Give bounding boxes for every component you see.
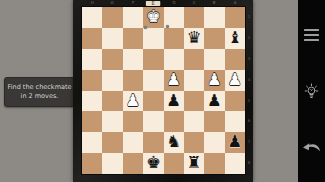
rank-label-3: 3 [247, 53, 251, 64]
black-knight-d7: ♞ [166, 134, 181, 151]
file-label-h: H [86, 1, 98, 5]
square-f5[interactable]: ♟ [123, 91, 143, 112]
tooltip-line2: in 2 moves. [7, 92, 72, 101]
square-a7[interactable]: ♟ [225, 132, 245, 153]
file-labels: HGFEDCBA [82, 0, 245, 7]
black-queen-c2: ♛ [187, 30, 202, 47]
file-label-g: G [107, 1, 119, 5]
move-marker-dot-2 [166, 25, 169, 28]
white-pawn-d4: ♟ [166, 72, 181, 89]
square-d5[interactable]: ♟ [164, 91, 184, 112]
square-b4[interactable]: ♟ [204, 70, 224, 91]
file-label-a: A [229, 1, 241, 5]
square-a5[interactable] [225, 91, 245, 112]
square-h4[interactable] [82, 70, 102, 91]
square-f8[interactable] [123, 153, 143, 174]
square-d6[interactable] [164, 111, 184, 132]
square-d2[interactable] [164, 28, 184, 49]
rank-label-1: 1 [247, 12, 251, 23]
tooltip-line1: Find the checkmate [7, 83, 72, 92]
square-c5[interactable] [184, 91, 204, 112]
square-d8[interactable] [164, 153, 184, 174]
square-d3[interactable] [164, 49, 184, 70]
white-pawn-f5: ♟ [126, 93, 141, 110]
square-e5[interactable] [143, 91, 163, 112]
black-pawn-b5: ♟ [207, 93, 222, 110]
white-pawn-a4: ♟ [227, 72, 242, 89]
file-label-b: B [209, 1, 221, 5]
file-label-c: C [188, 1, 200, 5]
white-king-e1: ♚ [146, 9, 161, 26]
square-h7[interactable] [82, 132, 102, 153]
square-d7[interactable]: ♞ [164, 132, 184, 153]
square-g5[interactable] [102, 91, 122, 112]
square-c3[interactable] [184, 49, 204, 70]
square-a3[interactable] [225, 49, 245, 70]
square-c1[interactable] [184, 7, 204, 28]
square-a4[interactable]: ♟ [225, 70, 245, 91]
square-c8[interactable]: ♜ [184, 153, 204, 174]
app-screen: Find the checkmate in 2 moves. HGFEDCBA … [0, 0, 325, 182]
menu-icon[interactable] [304, 29, 319, 41]
square-f2[interactable] [123, 28, 143, 49]
square-f1[interactable] [123, 7, 143, 28]
black-rook-c8: ♜ [187, 155, 202, 172]
square-b2[interactable] [204, 28, 224, 49]
square-h2[interactable] [82, 28, 102, 49]
black-pawn-a7: ♟ [227, 134, 242, 151]
white-pawn-b4: ♟ [207, 72, 222, 89]
rank-label-2: 2 [247, 33, 251, 44]
rank-labels: 12345678 [245, 7, 253, 174]
rank-label-5: 5 [247, 95, 251, 106]
rank-label-6: 6 [247, 116, 251, 127]
file-label-d: D [168, 1, 180, 5]
square-f3[interactable] [123, 49, 143, 70]
square-c6[interactable] [184, 111, 204, 132]
square-b3[interactable] [204, 49, 224, 70]
square-e7[interactable] [143, 132, 163, 153]
square-g2[interactable] [102, 28, 122, 49]
menu-bar [304, 34, 319, 36]
square-f6[interactable] [123, 111, 143, 132]
file-label-e: E [146, 1, 161, 6]
rank-label-4: 4 [247, 74, 251, 85]
menu-bar [304, 29, 319, 31]
square-b5[interactable]: ♟ [204, 91, 224, 112]
square-g7[interactable] [102, 132, 122, 153]
chess-board: HGFEDCBA 12345678 ♚♛♝♟♟♟♟♟♟♞♟♚♜ [73, 0, 253, 182]
square-g8[interactable] [102, 153, 122, 174]
square-b8[interactable] [204, 153, 224, 174]
hint-lightbulb-icon[interactable] [304, 83, 319, 100]
square-a1[interactable] [225, 7, 245, 28]
square-e4[interactable] [143, 70, 163, 91]
square-g6[interactable] [102, 111, 122, 132]
square-h5[interactable] [82, 91, 102, 112]
square-g3[interactable] [102, 49, 122, 70]
right-sidebar [298, 0, 325, 182]
square-h1[interactable] [82, 7, 102, 28]
square-a2[interactable]: ♝ [225, 28, 245, 49]
square-f7[interactable] [123, 132, 143, 153]
square-a6[interactable] [225, 111, 245, 132]
square-e6[interactable] [143, 111, 163, 132]
square-f4[interactable] [123, 70, 143, 91]
puzzle-objective-tooltip: Find the checkmate in 2 moves. [4, 77, 75, 107]
move-marker-dot-1 [144, 26, 147, 29]
square-b1[interactable] [204, 7, 224, 28]
square-c2[interactable]: ♛ [184, 28, 204, 49]
rank-label-8: 8 [247, 158, 251, 169]
black-king-e8: ♚ [146, 155, 161, 172]
square-g4[interactable] [102, 70, 122, 91]
square-a8[interactable] [225, 153, 245, 174]
square-b6[interactable] [204, 111, 224, 132]
square-e1[interactable]: ♚ [143, 7, 163, 28]
square-c4[interactable] [184, 70, 204, 91]
square-e8[interactable]: ♚ [143, 153, 163, 174]
square-h6[interactable] [82, 111, 102, 132]
board-squares: ♚♛♝♟♟♟♟♟♟♞♟♚♜ [82, 7, 245, 174]
menu-bar [304, 39, 319, 41]
square-g1[interactable] [102, 7, 122, 28]
undo-icon[interactable] [302, 140, 321, 153]
square-c7[interactable] [184, 132, 204, 153]
rank-label-7: 7 [247, 137, 251, 148]
square-d4[interactable]: ♟ [164, 70, 184, 91]
square-h8[interactable] [82, 153, 102, 174]
square-e2[interactable] [143, 28, 163, 49]
square-h3[interactable] [82, 49, 102, 70]
black-bishop-a2: ♝ [227, 30, 242, 47]
black-pawn-d5: ♟ [166, 93, 181, 110]
file-label-f: F [127, 1, 139, 5]
square-e3[interactable] [143, 49, 163, 70]
square-b7[interactable] [204, 132, 224, 153]
